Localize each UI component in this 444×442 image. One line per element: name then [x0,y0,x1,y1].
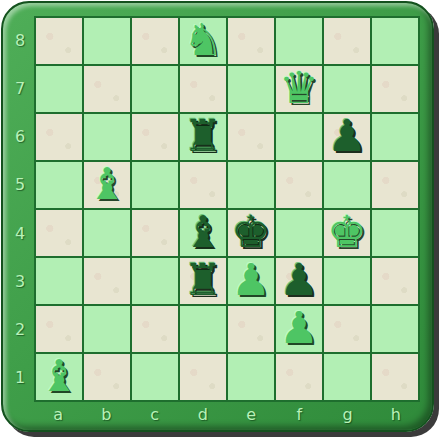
square-b8[interactable] [84,18,130,64]
square-d5[interactable] [180,162,226,208]
square-g4[interactable]: ♚ [324,210,370,256]
square-c3[interactable] [132,258,178,304]
square-c5[interactable] [132,162,178,208]
file-label-c: c [131,402,179,432]
square-a6[interactable] [36,114,82,160]
square-f1[interactable] [276,354,322,400]
square-h4[interactable] [372,210,418,256]
square-d8[interactable]: ♞ [180,18,226,64]
square-c1[interactable] [132,354,178,400]
rank-label-6: 6 [0,113,34,161]
square-h7[interactable] [372,66,418,112]
square-e1[interactable] [228,354,274,400]
square-f5[interactable] [276,162,322,208]
square-h5[interactable] [372,162,418,208]
square-b2[interactable] [84,306,130,352]
square-e3[interactable]: ♟ [228,258,274,304]
square-g7[interactable] [324,66,370,112]
piece-white-pawn-e3[interactable]: ♟ [231,258,270,303]
square-g3[interactable] [324,258,370,304]
square-c2[interactable] [132,306,178,352]
square-a3[interactable] [36,258,82,304]
square-h8[interactable] [372,18,418,64]
square-f4[interactable] [276,210,322,256]
square-a2[interactable] [36,306,82,352]
square-f7[interactable]: ♛ [276,66,322,112]
square-e7[interactable] [228,66,274,112]
square-b3[interactable] [84,258,130,304]
file-coordinates: abcdefgh [34,402,420,432]
square-g1[interactable] [324,354,370,400]
square-g5[interactable] [324,162,370,208]
square-d4[interactable]: ♝ [180,210,226,256]
square-d2[interactable] [180,306,226,352]
piece-white-knight-d8[interactable]: ♞ [183,18,222,63]
piece-white-pawn-f2[interactable]: ♟ [279,306,318,351]
square-f6[interactable] [276,114,322,160]
chess-app-window: ♞♛♜♟♝♝♚♚♜♟♟♟♝ 87654321 abcdefgh [0,0,444,442]
rank-label-3: 3 [0,257,34,305]
square-h3[interactable] [372,258,418,304]
square-h2[interactable] [372,306,418,352]
square-b4[interactable] [84,210,130,256]
square-e6[interactable] [228,114,274,160]
file-label-d: d [179,402,227,432]
square-d3[interactable]: ♜ [180,258,226,304]
rank-label-4: 4 [0,209,34,257]
file-label-b: b [82,402,130,432]
rank-label-7: 7 [0,64,34,112]
chess-board: ♞♛♜♟♝♝♚♚♜♟♟♟♝ [34,16,420,402]
file-label-a: a [34,402,82,432]
rank-label-5: 5 [0,161,34,209]
square-g2[interactable] [324,306,370,352]
file-label-h: h [372,402,420,432]
square-h1[interactable] [372,354,418,400]
square-c7[interactable] [132,66,178,112]
square-b6[interactable] [84,114,130,160]
square-c4[interactable] [132,210,178,256]
piece-black-bishop-d4[interactable]: ♝ [183,210,222,255]
square-d7[interactable] [180,66,226,112]
square-a5[interactable] [36,162,82,208]
square-f8[interactable] [276,18,322,64]
piece-black-king-e4[interactable]: ♚ [231,210,270,255]
square-e4[interactable]: ♚ [228,210,274,256]
square-h6[interactable] [372,114,418,160]
square-e2[interactable] [228,306,274,352]
square-c6[interactable] [132,114,178,160]
square-f3[interactable]: ♟ [276,258,322,304]
square-a8[interactable] [36,18,82,64]
square-g6[interactable]: ♟ [324,114,370,160]
rank-label-8: 8 [0,16,34,64]
piece-black-pawn-f3[interactable]: ♟ [279,258,318,303]
square-b7[interactable] [84,66,130,112]
file-label-g: g [324,402,372,432]
square-e5[interactable] [228,162,274,208]
square-e8[interactable] [228,18,274,64]
piece-black-pawn-g6[interactable]: ♟ [327,114,366,159]
square-g8[interactable] [324,18,370,64]
square-d6[interactable]: ♜ [180,114,226,160]
piece-white-queen-f7[interactable]: ♛ [279,66,318,111]
square-b5[interactable]: ♝ [84,162,130,208]
piece-white-king-g4[interactable]: ♚ [327,210,366,255]
piece-white-bishop-a1[interactable]: ♝ [39,354,78,399]
rank-label-2: 2 [0,306,34,354]
square-a7[interactable] [36,66,82,112]
file-label-e: e [227,402,275,432]
square-d1[interactable] [180,354,226,400]
rank-label-1: 1 [0,354,34,402]
square-c8[interactable] [132,18,178,64]
square-f2[interactable]: ♟ [276,306,322,352]
square-b1[interactable] [84,354,130,400]
piece-white-bishop-b5[interactable]: ♝ [87,162,126,207]
piece-black-rook-d3[interactable]: ♜ [183,258,222,303]
square-a4[interactable] [36,210,82,256]
rank-coordinates: 87654321 [0,16,34,402]
piece-black-rook-d6[interactable]: ♜ [183,114,222,159]
square-a1[interactable]: ♝ [36,354,82,400]
file-label-f: f [275,402,323,432]
